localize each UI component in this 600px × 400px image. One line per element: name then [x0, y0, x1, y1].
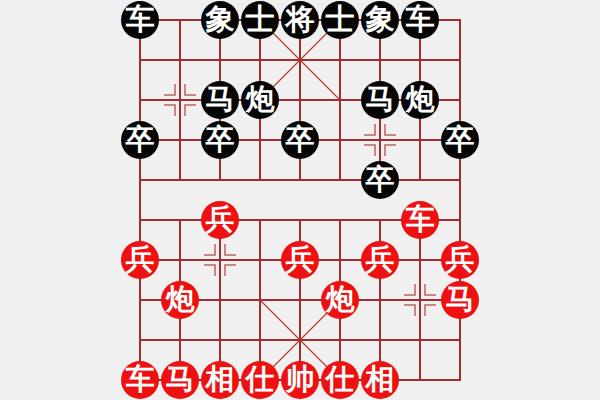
piece-glyph: 炮: [406, 85, 435, 114]
piece-glyph: 卒: [446, 125, 475, 154]
point-marker-bracket: [184, 84, 196, 96]
point-marker-bracket: [164, 84, 176, 96]
piece-glyph: 炮: [246, 85, 275, 114]
piece-red-general[interactable]: 帅: [281, 361, 319, 399]
piece-glyph: 卒: [126, 125, 155, 154]
point-marker: [404, 284, 436, 316]
piece-red-elephant[interactable]: 相: [361, 361, 399, 399]
piece-glyph: 马: [446, 285, 475, 314]
xiangqi-board[interactable]: 车象士将士象车马炮马炮卒卒卒卒卒兵车兵兵兵兵炮炮马车马相仕帅仕相: [140, 20, 460, 380]
point-marker-bracket: [364, 124, 376, 136]
grid-line-vertical: [459, 19, 461, 381]
piece-red-horse[interactable]: 马: [161, 361, 199, 399]
piece-glyph: 卒: [286, 125, 315, 154]
piece-black-chariot[interactable]: 车: [401, 1, 439, 39]
point-marker-bracket: [364, 144, 376, 156]
piece-glyph: 车: [126, 5, 155, 34]
piece-glyph: 士: [326, 5, 355, 34]
piece-red-chariot[interactable]: 车: [401, 201, 439, 239]
point-marker-bracket: [384, 144, 396, 156]
piece-black-advisor[interactable]: 士: [241, 1, 279, 39]
piece-red-chariot[interactable]: 车: [121, 361, 159, 399]
point-marker-bracket: [164, 104, 176, 116]
piece-black-soldier[interactable]: 卒: [441, 121, 479, 159]
piece-glyph: 帅: [286, 365, 315, 394]
piece-red-soldier[interactable]: 兵: [201, 201, 239, 239]
point-marker-bracket: [204, 264, 216, 276]
piece-glyph: 兵: [366, 245, 395, 274]
point-marker-bracket: [204, 244, 216, 256]
piece-glyph: 兵: [446, 245, 475, 274]
point-marker-bracket: [404, 284, 416, 296]
point-marker-bracket: [184, 104, 196, 116]
piece-black-soldier[interactable]: 卒: [121, 121, 159, 159]
piece-black-chariot[interactable]: 车: [121, 1, 159, 39]
grid-line-vertical: [139, 19, 141, 381]
piece-glyph: 马: [366, 85, 395, 114]
piece-black-horse[interactable]: 马: [361, 81, 399, 119]
piece-glyph: 兵: [286, 245, 315, 274]
point-marker-bracket: [424, 304, 436, 316]
piece-black-soldier[interactable]: 卒: [361, 161, 399, 199]
piece-glyph: 兵: [206, 205, 235, 234]
piece-red-cannon[interactable]: 炮: [161, 281, 199, 319]
point-marker: [364, 124, 396, 156]
piece-glyph: 马: [166, 365, 195, 394]
piece-glyph: 车: [406, 5, 435, 34]
piece-glyph: 卒: [366, 165, 395, 194]
piece-black-horse[interactable]: 马: [201, 81, 239, 119]
point-marker-bracket: [404, 304, 416, 316]
point-marker: [164, 84, 196, 116]
point-marker-bracket: [384, 124, 396, 136]
piece-glyph: 士: [246, 5, 275, 34]
piece-red-elephant[interactable]: 相: [201, 361, 239, 399]
point-marker-bracket: [224, 264, 236, 276]
piece-black-elephant[interactable]: 象: [201, 1, 239, 39]
piece-black-cannon[interactable]: 炮: [401, 81, 439, 119]
piece-glyph: 车: [406, 205, 435, 234]
piece-red-soldier[interactable]: 兵: [281, 241, 319, 279]
grid-line-vertical: [339, 19, 341, 181]
piece-glyph: 炮: [326, 285, 355, 314]
piece-glyph: 兵: [126, 245, 155, 274]
piece-glyph: 象: [206, 5, 235, 34]
piece-black-advisor[interactable]: 士: [321, 1, 359, 39]
piece-glyph: 仕: [326, 365, 355, 394]
point-marker: [204, 244, 236, 276]
piece-black-cannon[interactable]: 炮: [241, 81, 279, 119]
piece-red-horse[interactable]: 马: [441, 281, 479, 319]
point-marker-bracket: [224, 244, 236, 256]
piece-glyph: 卒: [206, 125, 235, 154]
piece-black-elephant[interactable]: 象: [361, 1, 399, 39]
piece-black-soldier[interactable]: 卒: [201, 121, 239, 159]
point-marker-bracket: [424, 284, 436, 296]
piece-red-soldier[interactable]: 兵: [441, 241, 479, 279]
piece-red-advisor[interactable]: 仕: [321, 361, 359, 399]
piece-glyph: 象: [366, 5, 395, 34]
piece-glyph: 车: [126, 365, 155, 394]
piece-black-soldier[interactable]: 卒: [281, 121, 319, 159]
piece-red-advisor[interactable]: 仕: [241, 361, 279, 399]
piece-red-soldier[interactable]: 兵: [361, 241, 399, 279]
piece-red-soldier[interactable]: 兵: [121, 241, 159, 279]
piece-glyph: 相: [366, 365, 395, 394]
piece-black-general[interactable]: 将: [281, 1, 319, 39]
piece-glyph: 马: [206, 85, 235, 114]
piece-glyph: 将: [286, 5, 315, 34]
piece-glyph: 相: [206, 365, 235, 394]
grid-line-vertical: [259, 219, 261, 381]
xiangqi-screenshot: 车象士将士象车马炮马炮卒卒卒卒卒兵车兵兵兵兵炮炮马车马相仕帅仕相: [0, 0, 600, 400]
piece-glyph: 炮: [166, 285, 195, 314]
piece-glyph: 仕: [246, 365, 275, 394]
piece-red-cannon[interactable]: 炮: [321, 281, 359, 319]
